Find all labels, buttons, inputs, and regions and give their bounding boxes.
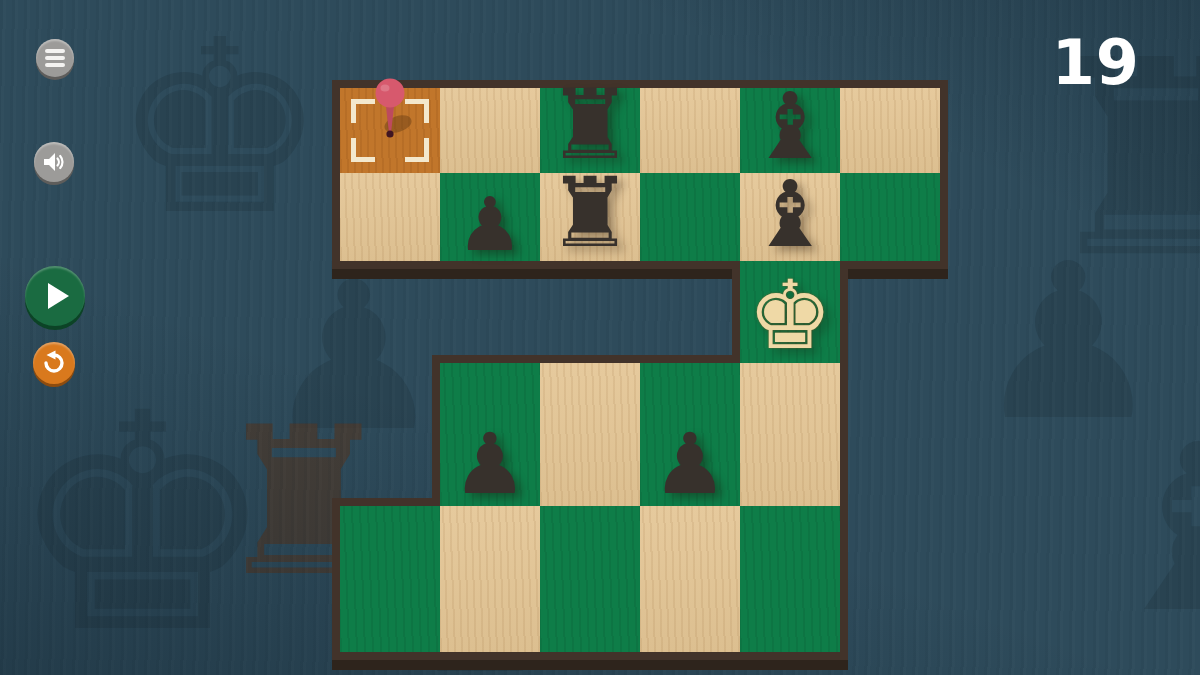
cell-r2c3[interactable]: ♜	[540, 173, 640, 261]
restart-icon	[41, 350, 67, 376]
silhouette-piece-icon: ♚	[8, 375, 277, 675]
black-pawn[interactable]: ♟	[457, 187, 523, 261]
cell-r1c4[interactable]	[640, 88, 740, 173]
black-pawn[interactable]: ♟	[452, 422, 527, 506]
menu-button[interactable]	[36, 39, 74, 77]
cell-r1c6[interactable]	[840, 88, 940, 173]
black-rook[interactable]: ♜	[547, 165, 633, 261]
black-bishop[interactable]: ♝	[749, 81, 831, 173]
sound-button[interactable]	[34, 142, 74, 182]
app-root: { "game": "chess_puzzle_level", "hud": {…	[0, 0, 1200, 675]
cell-r5c3[interactable]	[540, 506, 640, 652]
cell-r5c4[interactable]	[640, 506, 740, 652]
white-king[interactable]: ♚	[747, 268, 832, 363]
cell-r4c4[interactable]: ♟	[640, 363, 740, 506]
play-icon	[48, 283, 69, 309]
cell-r5c2[interactable]	[440, 506, 540, 652]
cell-r2c5[interactable]: ♝	[740, 173, 840, 261]
cell-r2c1[interactable]	[340, 173, 440, 261]
cell-r2c2[interactable]: ♟	[440, 173, 540, 261]
cell-r1c1[interactable]	[340, 88, 440, 173]
cell-r2c6[interactable]	[840, 173, 940, 261]
silhouette-piece-icon: ♟	[972, 235, 1165, 450]
cell-r4c3[interactable]	[540, 363, 640, 506]
silhouette-piece-icon: ♝	[1095, 415, 1200, 645]
cell-r5c1[interactable]	[340, 506, 440, 652]
cell-r2c4[interactable]	[640, 173, 740, 261]
speaker-icon	[41, 149, 67, 175]
black-bishop[interactable]: ♝	[749, 169, 831, 261]
cell-r1c2[interactable]	[440, 88, 540, 173]
target-pin-icon	[340, 88, 440, 173]
cell-r5c5[interactable]	[740, 506, 840, 652]
hamburger-icon	[45, 49, 65, 67]
cell-r4c2[interactable]: ♟	[440, 363, 540, 506]
play-button[interactable]	[25, 266, 85, 326]
black-pawn[interactable]: ♟	[652, 422, 727, 506]
level-number: 19	[1052, 26, 1140, 99]
silhouette-piece-icon: ♚	[112, 8, 327, 248]
restart-button[interactable]	[33, 342, 75, 384]
cell-r4c5[interactable]	[740, 363, 840, 506]
cell-r3c5[interactable]: ♚	[740, 261, 840, 363]
